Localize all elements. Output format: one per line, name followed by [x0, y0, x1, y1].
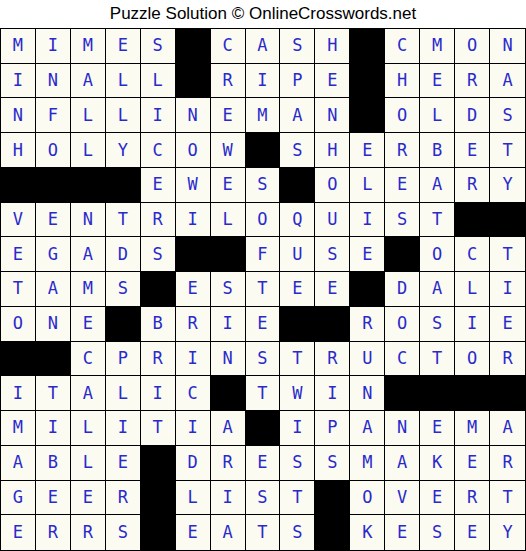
letter-cell: H	[315, 29, 350, 64]
letter-cell: F	[36, 98, 71, 133]
letter-cell: V	[1, 203, 36, 238]
letter-cell: E	[280, 272, 315, 307]
letter-cell: E	[315, 64, 350, 99]
block-cell	[315, 307, 350, 342]
letter-cell: C	[141, 133, 176, 168]
letter-cell: I	[176, 411, 211, 446]
letter-cell: S	[315, 237, 350, 272]
letter-cell: E	[385, 168, 420, 203]
block-cell	[246, 411, 281, 446]
letter-cell: N	[1, 98, 36, 133]
letter-cell: I	[490, 272, 525, 307]
letter-cell: C	[211, 29, 246, 64]
letter-cell: O	[315, 168, 350, 203]
letter-cell: I	[350, 203, 385, 238]
letter-cell: I	[315, 376, 350, 411]
letter-cell: E	[246, 446, 281, 481]
letter-cell: D	[106, 237, 141, 272]
letter-cell: I	[211, 481, 246, 516]
letter-cell: O	[455, 29, 490, 64]
letter-cell: O	[350, 481, 385, 516]
letter-cell: T	[490, 481, 525, 516]
letter-cell: I	[106, 411, 141, 446]
letter-cell: T	[246, 272, 281, 307]
letter-cell: T	[36, 376, 71, 411]
letter-cell: D	[385, 272, 420, 307]
letter-cell: N	[490, 29, 525, 64]
letter-cell: I	[176, 203, 211, 238]
block-cell	[490, 376, 525, 411]
letter-cell: R	[36, 515, 71, 550]
letter-cell: M	[71, 29, 106, 64]
block-cell	[350, 64, 385, 99]
block-cell	[1, 168, 36, 203]
letter-cell: E	[36, 203, 71, 238]
letter-cell: U	[280, 237, 315, 272]
letter-cell: P	[280, 64, 315, 99]
letter-cell: L	[176, 481, 211, 516]
letter-cell: T	[246, 515, 281, 550]
letter-cell: E	[71, 481, 106, 516]
letter-cell: E	[71, 307, 106, 342]
letter-cell: E	[420, 411, 455, 446]
letter-cell: R	[455, 64, 490, 99]
letter-cell: S	[490, 98, 525, 133]
letter-cell: T	[280, 481, 315, 516]
letter-cell: S	[280, 29, 315, 64]
letter-cell: T	[106, 203, 141, 238]
letter-cell: E	[385, 515, 420, 550]
letter-cell: W	[211, 133, 246, 168]
letter-cell: E	[106, 29, 141, 64]
letter-cell: L	[71, 98, 106, 133]
letter-cell: E	[1, 237, 36, 272]
block-cell	[280, 168, 315, 203]
letter-cell: E	[141, 168, 176, 203]
letter-cell: E	[350, 133, 385, 168]
letter-cell: L	[71, 133, 106, 168]
letter-cell: R	[455, 481, 490, 516]
letter-cell: O	[420, 237, 455, 272]
letter-cell: C	[455, 237, 490, 272]
letter-cell: C	[385, 29, 420, 64]
letter-cell: O	[455, 342, 490, 377]
letter-cell: I	[280, 411, 315, 446]
letter-cell: U	[315, 203, 350, 238]
letter-cell: A	[71, 237, 106, 272]
block-cell	[350, 98, 385, 133]
letter-cell: B	[36, 446, 71, 481]
letter-cell: E	[420, 481, 455, 516]
letter-cell: A	[350, 411, 385, 446]
letter-cell: I	[36, 411, 71, 446]
letter-cell: M	[71, 272, 106, 307]
letter-cell: G	[1, 481, 36, 516]
letter-cell: S	[141, 237, 176, 272]
letter-cell: L	[106, 98, 141, 133]
letter-cell: R	[141, 342, 176, 377]
block-cell	[350, 29, 385, 64]
letter-cell: E	[420, 64, 455, 99]
letter-cell: M	[1, 411, 36, 446]
letter-cell: E	[246, 307, 281, 342]
letter-cell: R	[106, 481, 141, 516]
letter-cell: C	[176, 376, 211, 411]
letter-cell: W	[280, 376, 315, 411]
block-cell	[315, 481, 350, 516]
block-cell	[315, 515, 350, 550]
letter-cell: S	[211, 272, 246, 307]
block-cell	[211, 376, 246, 411]
block-cell	[71, 168, 106, 203]
crossword-grid: MIMESCASHCMONINALLRIPEHERANFLLINEMANOLDS…	[0, 28, 526, 551]
letter-cell: S	[385, 203, 420, 238]
letter-cell: M	[1, 29, 36, 64]
block-cell	[280, 307, 315, 342]
letter-cell: E	[106, 446, 141, 481]
letter-cell: O	[246, 203, 281, 238]
letter-cell: O	[1, 307, 36, 342]
letter-cell: E	[315, 272, 350, 307]
letter-cell: F	[246, 237, 281, 272]
letter-cell: N	[350, 376, 385, 411]
block-cell	[176, 64, 211, 99]
letter-cell: E	[455, 446, 490, 481]
letter-cell: E	[176, 272, 211, 307]
letter-cell: M	[246, 98, 281, 133]
letter-cell: E	[1, 515, 36, 550]
letter-cell: E	[350, 237, 385, 272]
page-title: Puzzle Solution © OnlineCrosswords.net	[0, 0, 526, 28]
letter-cell: A	[420, 272, 455, 307]
letter-cell: E	[455, 133, 490, 168]
block-cell	[246, 133, 281, 168]
block-cell	[141, 481, 176, 516]
block-cell	[176, 29, 211, 64]
letter-cell: O	[385, 98, 420, 133]
letter-cell: L	[71, 411, 106, 446]
letter-cell: S	[315, 446, 350, 481]
letter-cell: S	[246, 168, 281, 203]
letter-cell: S	[280, 515, 315, 550]
block-cell	[106, 168, 141, 203]
letter-cell: S	[420, 515, 455, 550]
block-cell	[1, 342, 36, 377]
block-cell	[455, 376, 490, 411]
letter-cell: H	[1, 133, 36, 168]
letter-cell: S	[420, 307, 455, 342]
letter-cell: L	[106, 376, 141, 411]
letter-cell: S	[106, 272, 141, 307]
letter-cell: N	[211, 342, 246, 377]
letter-cell: T	[246, 376, 281, 411]
letter-cell: E	[455, 515, 490, 550]
letter-cell: A	[490, 64, 525, 99]
letter-cell: E	[211, 168, 246, 203]
letter-cell: R	[211, 64, 246, 99]
letter-cell: R	[211, 446, 246, 481]
letter-cell: L	[141, 64, 176, 99]
letter-cell: L	[350, 168, 385, 203]
letter-cell: L	[71, 446, 106, 481]
letter-cell: N	[36, 307, 71, 342]
letter-cell: C	[71, 342, 106, 377]
letter-cell: B	[141, 307, 176, 342]
letter-cell: T	[490, 133, 525, 168]
block-cell	[141, 446, 176, 481]
letter-cell: S	[106, 515, 141, 550]
block-cell	[420, 376, 455, 411]
letter-cell: T	[141, 411, 176, 446]
letter-cell: W	[176, 168, 211, 203]
letter-cell: D	[176, 446, 211, 481]
letter-cell: Y	[490, 168, 525, 203]
letter-cell: P	[106, 342, 141, 377]
letter-cell: I	[36, 29, 71, 64]
letter-cell: T	[1, 272, 36, 307]
letter-cell: K	[350, 515, 385, 550]
letter-cell: Y	[490, 515, 525, 550]
letter-cell: M	[455, 411, 490, 446]
letter-cell: S	[246, 342, 281, 377]
block-cell	[141, 272, 176, 307]
letter-cell: A	[490, 411, 525, 446]
block-cell	[176, 237, 211, 272]
letter-cell: R	[315, 342, 350, 377]
letter-cell: L	[420, 98, 455, 133]
letter-cell: A	[211, 411, 246, 446]
letter-cell: N	[71, 203, 106, 238]
letter-cell: A	[385, 446, 420, 481]
letter-cell: R	[71, 515, 106, 550]
letter-cell: R	[350, 307, 385, 342]
letter-cell: E	[36, 481, 71, 516]
letter-cell: I	[141, 376, 176, 411]
letter-cell: A	[420, 168, 455, 203]
letter-cell: T	[420, 342, 455, 377]
letter-cell: S	[141, 29, 176, 64]
letter-cell: L	[455, 272, 490, 307]
block-cell	[385, 237, 420, 272]
letter-cell: L	[106, 64, 141, 99]
block-cell	[455, 203, 490, 238]
letter-cell: A	[1, 446, 36, 481]
block-cell	[385, 376, 420, 411]
letter-cell: I	[455, 307, 490, 342]
letter-cell: I	[1, 376, 36, 411]
letter-cell: P	[315, 411, 350, 446]
letter-cell: M	[350, 446, 385, 481]
letter-cell: O	[36, 133, 71, 168]
letter-cell: A	[71, 376, 106, 411]
block-cell	[141, 515, 176, 550]
letter-cell: Y	[106, 133, 141, 168]
letter-cell: N	[315, 98, 350, 133]
letter-cell: H	[385, 64, 420, 99]
letter-cell: R	[385, 133, 420, 168]
letter-cell: R	[490, 446, 525, 481]
letter-cell: I	[246, 64, 281, 99]
letter-cell: I	[141, 98, 176, 133]
letter-cell: N	[36, 64, 71, 99]
letter-cell: H	[315, 133, 350, 168]
letter-cell: T	[280, 342, 315, 377]
letter-cell: V	[385, 481, 420, 516]
letter-cell: T	[490, 237, 525, 272]
letter-cell: I	[211, 307, 246, 342]
letter-cell: N	[176, 98, 211, 133]
letter-cell: B	[420, 133, 455, 168]
letter-cell: K	[420, 446, 455, 481]
block-cell	[350, 272, 385, 307]
letter-cell: M	[420, 29, 455, 64]
letter-cell: O	[385, 307, 420, 342]
block-cell	[490, 203, 525, 238]
letter-cell: G	[36, 237, 71, 272]
letter-cell: D	[455, 98, 490, 133]
letter-cell: R	[490, 342, 525, 377]
letter-cell: S	[280, 446, 315, 481]
letter-cell: R	[176, 307, 211, 342]
letter-cell: I	[176, 342, 211, 377]
letter-cell: I	[1, 64, 36, 99]
block-cell	[36, 342, 71, 377]
letter-cell: N	[385, 411, 420, 446]
letter-cell: A	[211, 515, 246, 550]
puzzle-solution-page: Puzzle Solution © OnlineCrosswords.net M…	[0, 0, 526, 551]
letter-cell: E	[176, 515, 211, 550]
letter-cell: R	[141, 203, 176, 238]
letter-cell: C	[385, 342, 420, 377]
letter-cell: A	[246, 29, 281, 64]
letter-cell: S	[280, 133, 315, 168]
block-cell	[106, 307, 141, 342]
letter-cell: A	[71, 64, 106, 99]
letter-cell: T	[420, 203, 455, 238]
letter-cell: L	[211, 203, 246, 238]
letter-cell: S	[246, 481, 281, 516]
letter-cell: O	[176, 133, 211, 168]
letter-cell: Q	[280, 203, 315, 238]
block-cell	[36, 168, 71, 203]
letter-cell: R	[455, 168, 490, 203]
letter-cell: A	[280, 98, 315, 133]
letter-cell: U	[350, 342, 385, 377]
block-cell	[211, 237, 246, 272]
letter-cell: E	[490, 307, 525, 342]
letter-cell: A	[36, 272, 71, 307]
letter-cell: E	[211, 98, 246, 133]
